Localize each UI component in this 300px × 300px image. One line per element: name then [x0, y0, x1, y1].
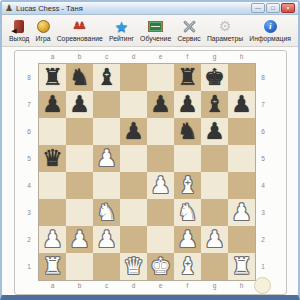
square-g5[interactable]	[201, 145, 228, 172]
rank-label: 2	[24, 226, 34, 253]
piece-white-queen: ♛	[123, 255, 144, 278]
file-label: d	[120, 53, 147, 60]
file-label: c	[93, 282, 120, 289]
piece-white-knight: ♞	[96, 201, 117, 224]
gear-icon: ⚙	[219, 19, 232, 34]
rank-label: 4	[24, 172, 34, 199]
square-h4[interactable]	[228, 172, 255, 199]
piece-white-pawn: ♟	[150, 174, 171, 197]
files-labels-top: abcdefgh	[39, 53, 255, 60]
square-c4[interactable]	[93, 172, 120, 199]
square-e2[interactable]	[147, 226, 174, 253]
toolbar-button-label: Рейтинг	[109, 35, 134, 42]
square-c5[interactable]: ♟	[93, 145, 120, 172]
rank-label: 5	[258, 145, 268, 172]
toolbar-button-tools[interactable]: Сервис	[177, 19, 200, 42]
rank-label: 1	[24, 253, 34, 280]
piece-black-bishop: ♝	[96, 66, 117, 89]
chess-board: ♜♞♝♜♚♟♟♟♟♝♟♟♞♟♛♟♟♝♞♞♟♟♟♟♟♟♜♛♚♝♜	[39, 64, 255, 280]
square-f1[interactable]: ♝	[174, 253, 201, 280]
square-e4[interactable]: ♟	[147, 172, 174, 199]
toolbar-button-training[interactable]: Обучение	[140, 19, 171, 42]
piece-white-rook: ♜	[42, 255, 63, 278]
close-button[interactable]: ×	[281, 3, 295, 13]
piece-white-knight: ♞	[177, 201, 198, 224]
square-a5[interactable]: ♛	[39, 145, 66, 172]
rank-label: 6	[24, 118, 34, 145]
square-a1[interactable]: ♜	[39, 253, 66, 280]
square-h1[interactable]: ♜	[228, 253, 255, 280]
square-d4[interactable]	[120, 172, 147, 199]
piece-black-pawn: ♟	[231, 93, 252, 116]
square-b1[interactable]	[66, 253, 93, 280]
square-f6[interactable]: ♞	[174, 118, 201, 145]
file-label: h	[228, 53, 255, 60]
exit-door-icon: ◀	[14, 19, 24, 34]
square-a6[interactable]	[39, 118, 66, 145]
toolbar-button-label: Обучение	[140, 35, 171, 42]
file-label: f	[174, 53, 201, 60]
square-h6[interactable]	[228, 118, 255, 145]
piece-white-pawn: ♟	[69, 228, 90, 251]
square-e5[interactable]	[147, 145, 174, 172]
square-d3[interactable]	[120, 199, 147, 226]
square-g3[interactable]	[201, 199, 228, 226]
square-g1[interactable]	[201, 253, 228, 280]
rank-label: 4	[258, 172, 268, 199]
info-icon: i	[264, 19, 277, 34]
square-g4[interactable]	[201, 172, 228, 199]
square-b3[interactable]	[66, 199, 93, 226]
game-icon	[37, 19, 50, 34]
square-a2[interactable]: ♟	[39, 226, 66, 253]
square-a7[interactable]: ♟	[39, 91, 66, 118]
square-b8[interactable]: ♞	[66, 64, 93, 91]
toolbar-button-information[interactable]: iИнформация	[249, 19, 291, 42]
piece-black-knight: ♞	[177, 120, 198, 143]
square-e3[interactable]	[147, 199, 174, 226]
maximize-button[interactable]: □	[266, 3, 280, 13]
square-h7[interactable]: ♟	[228, 91, 255, 118]
content-area: abcdefgh abcdefgh 87654321 87654321 ♜♞♝♜…	[2, 48, 298, 295]
rank-label: 7	[24, 91, 34, 118]
file-label: g	[201, 282, 228, 289]
file-label: c	[93, 53, 120, 60]
piece-white-king: ♚	[150, 255, 171, 278]
tools-icon	[182, 19, 197, 34]
piece-black-rook: ♜	[42, 66, 63, 89]
square-h5[interactable]	[228, 145, 255, 172]
piece-black-pawn: ♟	[69, 93, 90, 116]
piece-black-rook: ♜	[177, 66, 198, 89]
square-a3[interactable]	[39, 199, 66, 226]
square-c1[interactable]	[93, 253, 120, 280]
toolbar-button-label: Параметры	[207, 35, 243, 42]
square-d7[interactable]	[120, 91, 147, 118]
file-label: b	[66, 53, 93, 60]
rank-label: 3	[24, 199, 34, 226]
piece-black-pawn: ♟	[177, 93, 198, 116]
files-labels-bottom: abcdefgh	[39, 282, 255, 289]
ranks-labels-left: 87654321	[24, 64, 34, 280]
square-h8[interactable]	[228, 64, 255, 91]
square-a4[interactable]	[39, 172, 66, 199]
square-f8[interactable]: ♜	[174, 64, 201, 91]
toolbar-button-options[interactable]: ⚙Параметры	[207, 19, 243, 42]
star-icon: ★	[115, 19, 128, 34]
square-b7[interactable]: ♟	[66, 91, 93, 118]
toolbar-button-rating[interactable]: ★Рейтинг	[109, 19, 134, 42]
piece-black-knight: ♞	[69, 66, 90, 89]
piece-white-pawn: ♟	[42, 228, 63, 251]
square-f2[interactable]: ♟	[174, 226, 201, 253]
toolbar-button-label: Соревнование	[57, 35, 103, 42]
turn-indicator	[254, 277, 271, 294]
file-label: a	[39, 282, 66, 289]
toolbar: ◀ВыходИгра♟♟Соревнование★РейтингОбучение…	[2, 15, 298, 47]
file-label: f	[174, 282, 201, 289]
piece-black-pawn: ♟	[42, 93, 63, 116]
square-c8[interactable]: ♝	[93, 64, 120, 91]
rank-label: 7	[258, 91, 268, 118]
square-b5[interactable]	[66, 145, 93, 172]
square-f5[interactable]	[174, 145, 201, 172]
lucas-chess-window: ♟ Lucas Chess - Таня — □ × ◀ВыходИгра♟♟С…	[0, 0, 300, 300]
competition-icon: ♟♟	[73, 19, 87, 34]
toolbar-button-label: Информация	[249, 35, 291, 42]
file-label: a	[39, 53, 66, 60]
square-b6[interactable]	[66, 118, 93, 145]
square-h3[interactable]: ♟	[228, 199, 255, 226]
square-g2[interactable]: ♟	[201, 226, 228, 253]
rank-label: 3	[258, 199, 268, 226]
piece-black-pawn: ♟	[150, 93, 171, 116]
piece-white-pawn: ♟	[96, 228, 117, 251]
file-label: e	[147, 53, 174, 60]
square-e7[interactable]: ♟	[147, 91, 174, 118]
square-d5[interactable]	[120, 145, 147, 172]
piece-white-pawn: ♟	[96, 147, 117, 170]
square-b4[interactable]	[66, 172, 93, 199]
piece-black-king: ♚	[204, 66, 225, 89]
square-e6[interactable]	[147, 118, 174, 145]
piece-white-bishop: ♝	[177, 174, 198, 197]
piece-black-bishop: ♝	[204, 93, 225, 116]
square-c2[interactable]: ♟	[93, 226, 120, 253]
rank-label: 2	[258, 226, 268, 253]
piece-black-pawn: ♟	[204, 120, 225, 143]
square-c3[interactable]: ♞	[93, 199, 120, 226]
rank-label: 6	[258, 118, 268, 145]
square-g8[interactable]: ♚	[201, 64, 228, 91]
square-e8[interactable]	[147, 64, 174, 91]
chalkboard-icon	[148, 19, 163, 34]
toolbar-button-exit[interactable]: ◀Выход	[9, 19, 29, 42]
file-label: b	[66, 282, 93, 289]
square-e1[interactable]: ♚	[147, 253, 174, 280]
window-title: Lucas Chess - Таня	[16, 4, 250, 13]
toolbar-button-label: Выход	[9, 35, 29, 42]
piece-white-pawn: ♟	[177, 228, 198, 251]
rank-label: 8	[24, 64, 34, 91]
piece-white-pawn: ♟	[231, 201, 252, 224]
square-d2[interactable]	[120, 226, 147, 253]
ranks-labels-right: 87654321	[258, 64, 268, 280]
rank-label: 5	[24, 145, 34, 172]
square-g7[interactable]: ♝	[201, 91, 228, 118]
piece-white-rook: ♜	[231, 255, 252, 278]
file-label: d	[120, 282, 147, 289]
square-c6[interactable]	[93, 118, 120, 145]
square-f4[interactable]: ♝	[174, 172, 201, 199]
square-h2[interactable]	[228, 226, 255, 253]
titlebar: ♟ Lucas Chess - Таня — □ ×	[2, 2, 298, 15]
toolbar-button-game[interactable]: Игра	[36, 19, 51, 42]
square-d8[interactable]	[120, 64, 147, 91]
rank-label: 1	[258, 253, 268, 280]
piece-black-pawn: ♟	[123, 120, 144, 143]
toolbar-button-competition[interactable]: ♟♟Соревнование	[57, 19, 103, 42]
square-d6[interactable]: ♟	[120, 118, 147, 145]
piece-white-bishop: ♝	[177, 255, 198, 278]
square-a8[interactable]: ♜	[39, 64, 66, 91]
file-label: e	[147, 282, 174, 289]
toolbar-button-label: Игра	[36, 35, 51, 42]
toolbar-button-label: Сервис	[177, 35, 200, 42]
piece-black-queen: ♛	[42, 147, 63, 170]
piece-white-pawn: ♟	[204, 228, 225, 251]
square-b2[interactable]: ♟	[66, 226, 93, 253]
square-d1[interactable]: ♛	[120, 253, 147, 280]
app-icon: ♟	[5, 4, 13, 13]
square-f3[interactable]: ♞	[174, 199, 201, 226]
square-g6[interactable]: ♟	[201, 118, 228, 145]
file-label: g	[201, 53, 228, 60]
square-c7[interactable]	[93, 91, 120, 118]
file-label: h	[228, 282, 255, 289]
minimize-button[interactable]: —	[251, 3, 265, 13]
board-panel: abcdefgh abcdefgh 87654321 87654321 ♜♞♝♜…	[14, 50, 287, 295]
rank-label: 8	[258, 64, 268, 91]
square-f7[interactable]: ♟	[174, 91, 201, 118]
